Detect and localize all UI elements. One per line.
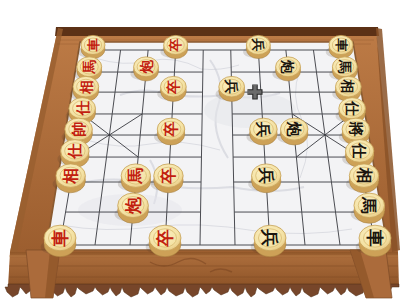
piece-glyph-將: 將	[347, 121, 365, 137]
piece-glyph-卒: 卒	[168, 39, 183, 52]
piece-glyph-車: 車	[365, 228, 385, 247]
piece-glyph-馬: 馬	[81, 60, 97, 75]
piece-glyph-兵: 兵	[257, 167, 276, 184]
piece-glyph-車: 車	[334, 38, 349, 53]
piece-glyph-相: 相	[340, 79, 356, 94]
piece-glyph-兵: 兵	[251, 38, 266, 52]
piece-glyph-炮: 炮	[123, 197, 143, 215]
piece-glyph-卒: 卒	[162, 122, 180, 137]
table-apron	[5, 252, 399, 297]
piece-glyph-仕: 仕	[74, 101, 91, 117]
piece-glyph-仕: 仕	[65, 143, 84, 160]
piece-glyph-兵: 兵	[254, 122, 272, 138]
piece-glyph-相: 相	[61, 168, 80, 185]
piece-glyph-卒: 卒	[165, 80, 181, 95]
piece-glyph-卒: 卒	[159, 168, 178, 185]
piece-glyph-車: 車	[50, 229, 70, 248]
piece-glyph-相: 相	[355, 167, 374, 184]
piece-glyph-馬: 馬	[337, 59, 353, 74]
piece-glyph-仕: 仕	[344, 100, 361, 116]
piece-glyph-馬: 馬	[359, 196, 379, 214]
piece-glyph-帥: 帥	[70, 122, 88, 137]
piece-glyph-馬: 馬	[126, 168, 145, 185]
piece-glyph-車: 車	[86, 38, 101, 53]
piece-glyph-兵: 兵	[224, 79, 240, 94]
xiangqi-table-scene: 車卒兵車馬炮炮馬相卒兵相仕仕帥卒兵炮將仕仕相馬卒兵相炮馬車卒兵車	[0, 0, 400, 300]
piece-glyph-炮: 炮	[280, 59, 296, 74]
piece-glyph-兵: 兵	[260, 228, 280, 247]
piece-glyph-炮: 炮	[285, 121, 303, 137]
piece-glyph-炮: 炮	[138, 60, 154, 75]
carved-fringe	[5, 284, 399, 297]
render-viewport: 車卒兵車馬炮炮馬相卒兵相仕仕帥卒兵炮將仕仕相馬卒兵相炮馬車卒兵車	[0, 0, 400, 300]
piece-glyph-卒: 卒	[155, 229, 175, 248]
piece-glyph-相: 相	[78, 80, 94, 95]
piece-glyph-仕: 仕	[350, 142, 369, 159]
